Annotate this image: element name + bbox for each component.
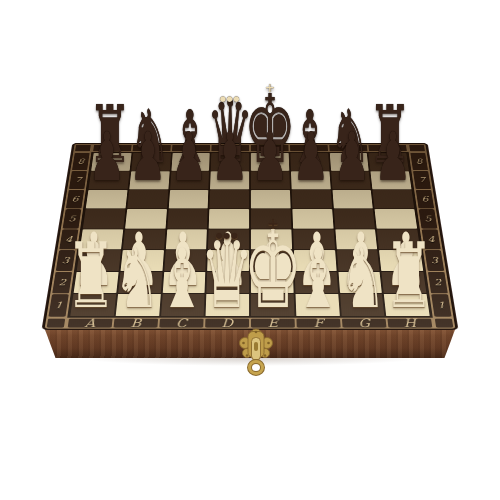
rank-label-6: 6 (416, 190, 434, 209)
piece-glyph: ♞ (340, 237, 386, 320)
rank-label-7: 7 (69, 171, 87, 189)
coordinate-label: 1 (54, 300, 63, 311)
piece-glyph: ♜ (384, 232, 434, 322)
frame-corner-tile (435, 319, 454, 328)
coordinate-label: 8 (77, 157, 85, 165)
rank-label-1: 1 (431, 294, 451, 316)
crown-prongs-icon: ●●● (216, 231, 239, 239)
piece-glyph: ♟ (252, 124, 289, 191)
rank-label-7: 7 (413, 171, 431, 189)
coordinate-label: 7 (418, 176, 426, 184)
dark-pawn-f7[interactable]: ♟ (292, 124, 329, 191)
rank-label-8: 8 (410, 153, 428, 170)
piece-glyph: ♟ (89, 124, 126, 191)
dark-pawn-e7[interactable]: ♟ (252, 124, 289, 191)
pieces-layer: ♜♞♝♛●●●♚+♝♞♜♟♟♟♟♟♟♟♟♟♟♟♟♟♟♟♟♜♞♝♛●●●♚+♝♞♜ (0, 0, 500, 500)
light-bishop-f1[interactable]: ♝ (295, 238, 341, 320)
light-bishop-c1[interactable]: ♝ (159, 238, 205, 320)
piece-glyph: ♟ (333, 124, 370, 191)
coordinate-label: 2 (433, 278, 442, 288)
piece-glyph: ♞ (113, 237, 159, 320)
piece-glyph: ♚ (243, 217, 302, 324)
dark-pawn-b7[interactable]: ♟ (129, 124, 166, 191)
light-rook-h1[interactable]: ♜ (384, 232, 434, 322)
dark-pawn-c7[interactable]: ♟ (170, 124, 207, 191)
piece-glyph: ♝ (159, 238, 205, 320)
light-king-e1[interactable]: ♚+ (243, 217, 302, 324)
crown-prongs-icon: ●●● (220, 95, 240, 102)
piece-glyph: ♟ (292, 124, 329, 191)
piece-glyph: ♜ (66, 232, 116, 322)
dark-pawn-h7[interactable]: ♟ (374, 124, 411, 191)
cross-finial-icon: + (265, 82, 275, 94)
frame-corner-tile (47, 319, 66, 328)
dark-pawn-a7[interactable]: ♟ (89, 124, 126, 191)
dark-pawn-g7[interactable]: ♟ (333, 124, 370, 191)
chess-set-photo: 87654321 87654321 ABCDEFGH (0, 0, 500, 500)
piece-glyph: ♟ (211, 124, 248, 191)
coordinate-label: 1 (437, 300, 446, 311)
light-knight-g1[interactable]: ♞ (340, 237, 386, 320)
coordinate-label: 7 (74, 176, 82, 184)
piece-glyph: ♟ (170, 124, 207, 191)
coordinate-label: 6 (71, 195, 79, 204)
rank-label-6: 6 (66, 190, 84, 209)
dark-pawn-d7[interactable]: ♟ (211, 124, 248, 191)
brass-latch-icon (234, 326, 278, 380)
piece-glyph: ♟ (374, 124, 411, 191)
cross-finial-icon: + (267, 217, 279, 231)
piece-glyph: ♟ (129, 124, 166, 191)
light-knight-b1[interactable]: ♞ (113, 237, 159, 320)
coordinate-label: 6 (421, 195, 429, 204)
coordinate-label: 8 (415, 157, 423, 165)
piece-glyph: ♝ (295, 238, 341, 320)
light-rook-a1[interactable]: ♜ (66, 232, 116, 322)
